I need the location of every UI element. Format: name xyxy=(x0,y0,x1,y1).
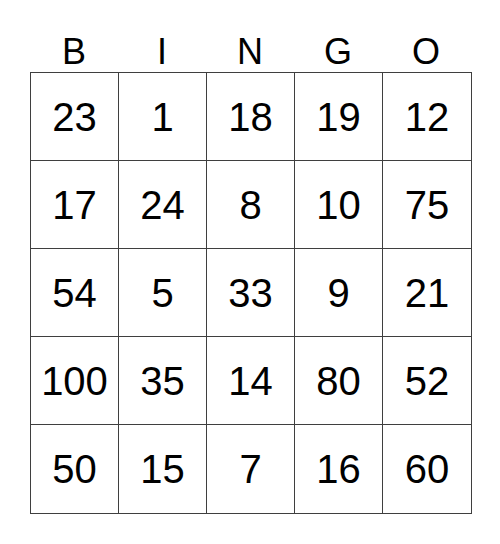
column-letter-o: O xyxy=(382,0,470,72)
bingo-cell-r2c2[interactable]: 24 xyxy=(119,161,207,249)
bingo-cell-r5c3[interactable]: 7 xyxy=(207,425,295,513)
bingo-cell-r3c1[interactable]: 54 xyxy=(31,249,119,337)
bingo-card: B I N G O 23 1 18 19 12 17 24 8 10 75 54… xyxy=(30,0,472,514)
bingo-cell-r1c2[interactable]: 1 xyxy=(119,73,207,161)
bingo-cell-r2c4[interactable]: 10 xyxy=(295,161,383,249)
bingo-cell-r3c5[interactable]: 21 xyxy=(383,249,471,337)
bingo-grid: 23 1 18 19 12 17 24 8 10 75 54 5 33 9 21… xyxy=(30,72,472,514)
bingo-header: B I N G O xyxy=(30,0,472,72)
column-letter-i: I xyxy=(118,0,206,72)
bingo-cell-r4c4[interactable]: 80 xyxy=(295,337,383,425)
bingo-cell-r1c3[interactable]: 18 xyxy=(207,73,295,161)
bingo-cell-r1c1[interactable]: 23 xyxy=(31,73,119,161)
column-letter-n: N xyxy=(206,0,294,72)
bingo-cell-r3c2[interactable]: 5 xyxy=(119,249,207,337)
bingo-cell-r1c4[interactable]: 19 xyxy=(295,73,383,161)
bingo-cell-r2c1[interactable]: 17 xyxy=(31,161,119,249)
bingo-cell-r4c1[interactable]: 100 xyxy=(31,337,119,425)
bingo-cell-r3c4[interactable]: 9 xyxy=(295,249,383,337)
bingo-cell-r1c5[interactable]: 12 xyxy=(383,73,471,161)
bingo-cell-r4c2[interactable]: 35 xyxy=(119,337,207,425)
bingo-cell-r5c4[interactable]: 16 xyxy=(295,425,383,513)
column-letter-b: B xyxy=(30,0,118,72)
bingo-cell-r4c3[interactable]: 14 xyxy=(207,337,295,425)
bingo-cell-r5c1[interactable]: 50 xyxy=(31,425,119,513)
bingo-cell-r2c3[interactable]: 8 xyxy=(207,161,295,249)
bingo-cell-r3c3[interactable]: 33 xyxy=(207,249,295,337)
bingo-cell-r4c5[interactable]: 52 xyxy=(383,337,471,425)
column-letter-g: G xyxy=(294,0,382,72)
bingo-cell-r5c2[interactable]: 15 xyxy=(119,425,207,513)
bingo-cell-r2c5[interactable]: 75 xyxy=(383,161,471,249)
bingo-cell-r5c5[interactable]: 60 xyxy=(383,425,471,513)
